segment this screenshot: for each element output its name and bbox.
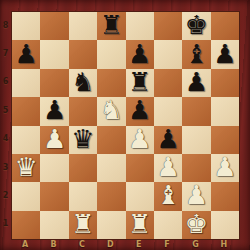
file-label-e: E xyxy=(125,238,153,250)
rank-label-7: 7 xyxy=(0,39,11,67)
piece-black-pawn-a7[interactable]: ♟ xyxy=(15,40,38,67)
square-a4[interactable] xyxy=(12,126,40,154)
square-d3[interactable] xyxy=(97,154,125,182)
piece-white-pawn-e4[interactable]: ♟ xyxy=(128,126,151,153)
piece-black-rook-e6[interactable]: ♜ xyxy=(128,69,151,96)
square-e6[interactable]: ♜ xyxy=(126,69,154,97)
file-label-b: B xyxy=(39,238,67,250)
square-d8[interactable]: ♜ xyxy=(97,12,125,40)
piece-white-pawn-b4[interactable]: ♟ xyxy=(43,126,66,153)
square-b5[interactable]: ♟ xyxy=(40,97,68,125)
square-g4[interactable] xyxy=(182,126,210,154)
square-g8[interactable]: ♚ xyxy=(182,12,210,40)
piece-black-queen-c4[interactable]: ♛ xyxy=(71,126,94,153)
square-c7[interactable] xyxy=(69,40,97,68)
piece-black-pawn-f4[interactable]: ♟ xyxy=(156,126,179,153)
square-c6[interactable]: ♞ xyxy=(69,69,97,97)
square-f5[interactable] xyxy=(154,97,182,125)
square-d6[interactable] xyxy=(97,69,125,97)
piece-white-knight-d5[interactable]: ♞ xyxy=(100,97,123,124)
square-a7[interactable]: ♟ xyxy=(12,40,40,68)
square-b2[interactable] xyxy=(40,182,68,210)
piece-black-knight-c6[interactable]: ♞ xyxy=(71,69,94,96)
square-d2[interactable] xyxy=(97,182,125,210)
square-e8[interactable] xyxy=(126,12,154,40)
piece-white-pawn-f3[interactable]: ♟ xyxy=(156,154,179,181)
square-g5[interactable] xyxy=(182,97,210,125)
square-e1[interactable]: ♜ xyxy=(126,211,154,239)
square-b8[interactable] xyxy=(40,12,68,40)
square-h4[interactable] xyxy=(211,126,239,154)
square-b6[interactable] xyxy=(40,69,68,97)
file-label-h: H xyxy=(210,238,238,250)
square-g1[interactable]: ♚ xyxy=(182,211,210,239)
square-a2[interactable] xyxy=(12,182,40,210)
square-c3[interactable] xyxy=(69,154,97,182)
rank-label-4: 4 xyxy=(0,125,11,153)
square-b3[interactable] xyxy=(40,154,68,182)
square-d7[interactable] xyxy=(97,40,125,68)
piece-black-pawn-h7[interactable]: ♟ xyxy=(213,40,236,67)
square-a3[interactable]: ♛ xyxy=(12,154,40,182)
piece-white-king-g1[interactable]: ♚ xyxy=(185,211,208,238)
square-g7[interactable]: ♝ xyxy=(182,40,210,68)
piece-white-rook-c1[interactable]: ♜ xyxy=(71,211,94,238)
piece-white-queen-a3[interactable]: ♛ xyxy=(15,154,38,181)
piece-white-pawn-h3[interactable]: ♟ xyxy=(213,154,236,181)
rank-label-2: 2 xyxy=(0,181,11,209)
square-h6[interactable] xyxy=(211,69,239,97)
square-f3[interactable]: ♟ xyxy=(154,154,182,182)
square-f1[interactable] xyxy=(154,211,182,239)
square-e7[interactable]: ♟ xyxy=(126,40,154,68)
square-f6[interactable] xyxy=(154,69,182,97)
square-h8[interactable] xyxy=(211,12,239,40)
square-c2[interactable] xyxy=(69,182,97,210)
square-h3[interactable]: ♟ xyxy=(211,154,239,182)
square-c8[interactable] xyxy=(69,12,97,40)
piece-black-bishop-g7[interactable]: ♝ xyxy=(185,40,208,67)
square-f8[interactable] xyxy=(154,12,182,40)
square-d5[interactable]: ♞ xyxy=(97,97,125,125)
rank-label-8: 8 xyxy=(0,11,11,39)
file-label-f: F xyxy=(153,238,181,250)
chess-diagram: 87654321 ♜♚♟♟♝♟♞♜♟♟♞♟♟♛♟♟♛♟♟♝♟♜♜♚ ABCDEF… xyxy=(0,0,250,250)
piece-black-rook-d8[interactable]: ♜ xyxy=(100,12,123,39)
square-f2[interactable]: ♝ xyxy=(154,182,182,210)
square-h5[interactable] xyxy=(211,97,239,125)
piece-black-pawn-b5[interactable]: ♟ xyxy=(43,97,66,124)
file-label-a: A xyxy=(11,238,39,250)
board: ♜♚♟♟♝♟♞♜♟♟♞♟♟♛♟♟♛♟♟♝♟♜♜♚ xyxy=(11,11,240,240)
square-f7[interactable] xyxy=(154,40,182,68)
piece-black-pawn-e5[interactable]: ♟ xyxy=(128,97,151,124)
file-label-g: G xyxy=(181,238,209,250)
square-a8[interactable] xyxy=(12,12,40,40)
rank-labels: 87654321 xyxy=(0,11,11,238)
piece-black-pawn-e7[interactable]: ♟ xyxy=(128,40,151,67)
piece-white-bishop-f2[interactable]: ♝ xyxy=(156,182,179,209)
square-a5[interactable] xyxy=(12,97,40,125)
square-c4[interactable]: ♛ xyxy=(69,126,97,154)
file-labels: ABCDEFGH xyxy=(11,238,238,250)
square-d4[interactable] xyxy=(97,126,125,154)
square-g6[interactable]: ♟ xyxy=(182,69,210,97)
square-a1[interactable] xyxy=(12,211,40,239)
square-c5[interactable] xyxy=(69,97,97,125)
rank-label-1: 1 xyxy=(0,210,11,238)
square-d1[interactable] xyxy=(97,211,125,239)
piece-white-pawn-g2[interactable]: ♟ xyxy=(185,182,208,209)
rank-label-6: 6 xyxy=(0,68,11,96)
rank-label-3: 3 xyxy=(0,153,11,181)
square-a6[interactable] xyxy=(12,69,40,97)
file-label-c: C xyxy=(68,238,96,250)
rank-label-5: 5 xyxy=(0,96,11,124)
square-e4[interactable]: ♟ xyxy=(126,126,154,154)
square-c1[interactable]: ♜ xyxy=(69,211,97,239)
square-g3[interactable] xyxy=(182,154,210,182)
square-h7[interactable]: ♟ xyxy=(211,40,239,68)
piece-black-pawn-g6[interactable]: ♟ xyxy=(185,69,208,96)
square-h1[interactable] xyxy=(211,211,239,239)
piece-black-king-g8[interactable]: ♚ xyxy=(185,12,208,39)
square-e3[interactable] xyxy=(126,154,154,182)
square-b4[interactable]: ♟ xyxy=(40,126,68,154)
square-g2[interactable]: ♟ xyxy=(182,182,210,210)
square-e2[interactable] xyxy=(126,182,154,210)
square-b1[interactable] xyxy=(40,211,68,239)
piece-white-rook-e1[interactable]: ♜ xyxy=(128,211,151,238)
file-label-d: D xyxy=(96,238,124,250)
square-b7[interactable] xyxy=(40,40,68,68)
square-h2[interactable] xyxy=(211,182,239,210)
square-e5[interactable]: ♟ xyxy=(126,97,154,125)
square-f4[interactable]: ♟ xyxy=(154,126,182,154)
